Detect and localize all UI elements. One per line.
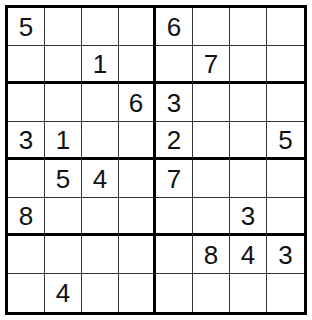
cell-r6c5[interactable] xyxy=(156,198,193,236)
cell-r6c4[interactable] xyxy=(119,198,156,236)
cell-r1c3[interactable] xyxy=(82,8,119,46)
cell-r5c3[interactable]: 4 xyxy=(82,160,119,198)
given-digit: 7 xyxy=(167,166,181,192)
sudoku-board: 5617633125547838434 xyxy=(5,5,307,315)
cell-r7c1[interactable] xyxy=(8,236,45,274)
given-digit: 5 xyxy=(278,127,292,153)
cell-r3c7[interactable] xyxy=(230,84,267,122)
cell-r2c4[interactable] xyxy=(119,46,156,84)
cell-r1c6[interactable] xyxy=(193,8,230,46)
cell-r2c5[interactable] xyxy=(156,46,193,84)
cell-r4c7[interactable] xyxy=(230,122,267,160)
cell-r4c4[interactable] xyxy=(119,122,156,160)
cell-r5c2[interactable]: 5 xyxy=(45,160,82,198)
cell-r2c8[interactable] xyxy=(267,46,304,84)
given-digit: 4 xyxy=(56,280,70,306)
cell-r7c2[interactable] xyxy=(45,236,82,274)
cell-r3c3[interactable] xyxy=(82,84,119,122)
cell-r2c7[interactable] xyxy=(230,46,267,84)
cell-r1c7[interactable] xyxy=(230,8,267,46)
cell-r8c5[interactable] xyxy=(156,274,193,312)
cell-r3c4[interactable]: 6 xyxy=(119,84,156,122)
cell-r2c6[interactable]: 7 xyxy=(193,46,230,84)
given-digit: 1 xyxy=(56,127,70,153)
cell-r8c1[interactable] xyxy=(8,274,45,312)
cell-r3c2[interactable] xyxy=(45,84,82,122)
given-digit: 5 xyxy=(19,14,33,40)
given-digit: 8 xyxy=(19,203,33,229)
cell-r5c1[interactable] xyxy=(8,160,45,198)
given-digit: 5 xyxy=(56,166,70,192)
given-digit: 3 xyxy=(167,90,181,116)
given-digit: 4 xyxy=(93,166,107,192)
cell-r2c3[interactable]: 1 xyxy=(82,46,119,84)
cell-r1c4[interactable] xyxy=(119,8,156,46)
cell-r6c3[interactable] xyxy=(82,198,119,236)
cell-r1c8[interactable] xyxy=(267,8,304,46)
cell-r5c6[interactable] xyxy=(193,160,230,198)
cell-r3c6[interactable] xyxy=(193,84,230,122)
cell-r6c8[interactable] xyxy=(267,198,304,236)
given-digit: 4 xyxy=(241,242,255,268)
cell-r2c2[interactable] xyxy=(45,46,82,84)
cell-r1c2[interactable] xyxy=(45,8,82,46)
cell-r8c6[interactable] xyxy=(193,274,230,312)
cell-r4c8[interactable]: 5 xyxy=(267,122,304,160)
given-digit: 1 xyxy=(93,51,107,77)
given-digit: 3 xyxy=(19,127,33,153)
given-digit: 6 xyxy=(129,90,143,116)
cell-r5c4[interactable] xyxy=(119,160,156,198)
cell-r7c5[interactable] xyxy=(156,236,193,274)
cell-r1c1[interactable]: 5 xyxy=(8,8,45,46)
cell-r8c4[interactable] xyxy=(119,274,156,312)
cell-r4c3[interactable] xyxy=(82,122,119,160)
given-digit: 3 xyxy=(241,203,255,229)
cell-r4c1[interactable]: 3 xyxy=(8,122,45,160)
cell-r4c6[interactable] xyxy=(193,122,230,160)
cell-r4c2[interactable]: 1 xyxy=(45,122,82,160)
cell-r3c1[interactable] xyxy=(8,84,45,122)
sudoku-page: 5617633125547838434 xyxy=(0,0,312,320)
cell-r5c8[interactable] xyxy=(267,160,304,198)
cell-r3c5[interactable]: 3 xyxy=(156,84,193,122)
cell-r7c3[interactable] xyxy=(82,236,119,274)
given-digit: 3 xyxy=(278,242,292,268)
given-digit: 7 xyxy=(204,51,218,77)
given-digit: 2 xyxy=(167,127,181,153)
cell-r7c7[interactable]: 4 xyxy=(230,236,267,274)
given-digit: 6 xyxy=(167,14,181,40)
cell-r6c6[interactable] xyxy=(193,198,230,236)
cell-r2c1[interactable] xyxy=(8,46,45,84)
given-digit: 8 xyxy=(204,242,218,268)
cell-r6c1[interactable]: 8 xyxy=(8,198,45,236)
cell-r8c2[interactable]: 4 xyxy=(45,274,82,312)
cell-r6c7[interactable]: 3 xyxy=(230,198,267,236)
cell-r7c8[interactable]: 3 xyxy=(267,236,304,274)
cell-r8c8[interactable] xyxy=(267,274,304,312)
cell-r7c4[interactable] xyxy=(119,236,156,274)
cell-r6c2[interactable] xyxy=(45,198,82,236)
cell-r4c5[interactable]: 2 xyxy=(156,122,193,160)
cell-r5c5[interactable]: 7 xyxy=(156,160,193,198)
cell-r5c7[interactable] xyxy=(230,160,267,198)
cell-r1c5[interactable]: 6 xyxy=(156,8,193,46)
cell-r8c3[interactable] xyxy=(82,274,119,312)
cell-r7c6[interactable]: 8 xyxy=(193,236,230,274)
cell-r3c8[interactable] xyxy=(267,84,304,122)
cell-r8c7[interactable] xyxy=(230,274,267,312)
